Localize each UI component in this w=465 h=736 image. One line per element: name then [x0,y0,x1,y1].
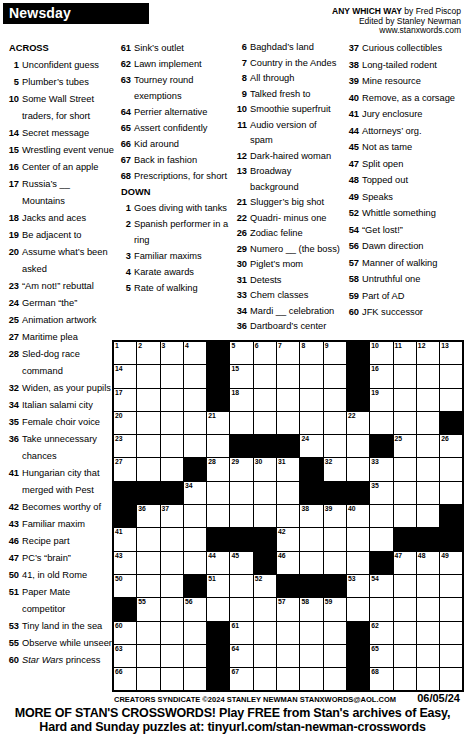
grid-cell-r11c13[interactable] [394,575,416,597]
cell-number: 52 [255,575,263,583]
grid-cell-r2c7[interactable] [254,365,276,387]
grid-cell-r6c5[interactable]: 28 [207,458,229,480]
clue-text: Center of an apple [22,159,115,176]
grid-cell-r5c9[interactable]: 24 [300,435,322,457]
grid-cell-r13c7[interactable] [254,622,276,644]
clue-number: 22 [233,211,247,227]
grid-cell-r2c3[interactable] [161,365,183,387]
clue-text: Remove, as a corsage [362,90,464,107]
cell-number: 55 [138,598,146,606]
cell-number: 57 [278,598,286,606]
grid-cell-r11c15[interactable] [440,575,462,597]
grid-cell-r4c10[interactable] [324,412,346,434]
grid-cell-r2c12[interactable]: 16 [370,365,392,387]
clue-down-39: 39Mine resource [345,73,464,90]
clue-text: JFK successor [362,304,464,321]
grid-cell-r5c2[interactable] [137,435,159,457]
grid-cell-r11c14[interactable] [417,575,439,597]
grid-cell-r5c5[interactable] [207,435,229,457]
clue-number: 35 [5,414,19,431]
cell-number: 50 [115,575,123,583]
clue-text: Tiny land in the sea [22,618,115,635]
grid-cell-r15c1[interactable]: 66 [114,668,136,690]
grid-cell-r9c2[interactable] [137,528,159,550]
clue-number: 56 [345,238,359,255]
clue-across-15: 15Wrestling event venue [5,142,115,159]
grid-cell-r4c7[interactable] [254,412,276,434]
grid-cell-r15c2[interactable] [137,668,159,690]
grid-cell-r4c8[interactable] [277,412,299,434]
grid-cell-r7c8[interactable] [277,482,299,504]
clue-text: Be adjacent to [22,227,115,244]
cell-number: 26 [441,435,449,443]
promo-line1: MORE OF STAN'S CROSSWORDS! Play FREE fro… [0,706,465,720]
grid-cell-r15c6[interactable]: 67 [230,668,252,690]
clue-text: Long-tailed rodent [362,57,464,74]
grid-cell-r1c2[interactable]: 2 [137,342,159,364]
grid-cell-r9c12[interactable] [370,528,392,550]
grid-cell-r5c4[interactable] [184,435,206,457]
clue-text: “Am not!” rebuttal [22,278,115,295]
grid-cell-r8c2[interactable]: 36 [137,505,159,527]
clue-across-25: 25Animation artwork [5,312,115,329]
grid-cell-r8c4[interactable] [184,505,206,527]
clue-text: Russia’s __ Mountains [22,176,115,210]
cell-number: 5 [231,342,235,350]
grid-cell-r14c10[interactable] [324,645,346,667]
grid-cell-r13c2[interactable] [137,622,159,644]
grid-cell-r7c15[interactable] [440,482,462,504]
grid-cell-r4c5[interactable]: 21 [207,412,229,434]
grid-cell-r4c12[interactable] [370,412,392,434]
grid-cell-r1c15[interactable]: 13 [440,342,462,364]
grid-cell-r3c3[interactable] [161,389,183,411]
grid-cell-r14c13[interactable] [394,645,416,667]
black-square-r5c6 [230,435,252,457]
grid-cell-r12c6[interactable] [230,598,252,620]
grid-cell-r3c14[interactable] [417,389,439,411]
grid-cell-r13c1[interactable]: 60 [114,622,136,644]
grid-cell-r12c9[interactable]: 58 [300,598,322,620]
clue-number: 34 [5,397,19,414]
clue-text: Unconfident guess [22,57,115,74]
grid-cell-r2c13[interactable] [394,365,416,387]
black-square-r15c11 [347,668,369,690]
clue-number: 52 [345,205,359,222]
cell-number: 60 [115,622,123,630]
cell-number: 29 [231,458,239,466]
grid-cell-r12c11[interactable] [347,598,369,620]
clue-number: 59 [345,288,359,305]
clue-number: 64 [117,104,131,120]
grid-cell-r14c2[interactable] [137,645,159,667]
grid-cell-r3c2[interactable] [137,389,159,411]
grid-cell-r8c14[interactable] [417,505,439,527]
clue-column-4: 37Curious collectibles38Long-tailed rode… [345,40,464,321]
clue-number: 36 [233,319,247,335]
grid-cell-r12c14[interactable] [417,598,439,620]
clue-text: Part of AD [362,288,464,305]
grid-cell-r11c3[interactable] [161,575,183,597]
black-square-r7c1 [114,482,136,504]
cell-number: 51 [208,575,216,583]
grid-cell-r2c9[interactable] [300,365,322,387]
grid-cell-r14c9[interactable] [300,645,322,667]
grid-cell-r9c4[interactable] [184,528,206,550]
promo-link[interactable]: tinyurl.com/stan-newman-crosswords [207,720,425,734]
grid-cell-r10c9[interactable] [300,552,322,574]
clue-text: Baghdad’s land [250,40,341,56]
grid-cell-r15c8[interactable] [277,668,299,690]
grid-cell-r13c6[interactable]: 61 [230,622,252,644]
grid-cell-r5c15[interactable]: 26 [440,435,462,457]
grid-cell-r12c15[interactable] [440,598,462,620]
grid-cell-r4c11[interactable]: 22 [347,412,369,434]
clue-down-6: 6Baghdad’s land [233,40,341,56]
clue-number: 5 [5,74,19,91]
clue-down-13: 13Broadway background [233,164,341,195]
grid-cell-r15c15[interactable] [440,668,462,690]
grid-cell-r7c5[interactable] [207,482,229,504]
clue-number: 18 [5,210,19,227]
grid-cell-r2c4[interactable] [184,365,206,387]
clue-number: 53 [5,618,19,635]
site-link[interactable]: www.stanxwords.com [332,26,461,36]
grid-cell-r1c6[interactable]: 5 [230,342,252,364]
clue-number: 2 [117,216,131,248]
cell-number: 40 [348,505,356,513]
grid-cell-r13c12[interactable]: 62 [370,622,392,644]
grid-cell-r1c12[interactable]: 10 [370,342,392,364]
grid-cell-r11c7[interactable]: 52 [254,575,276,597]
grid-cell-r7c14[interactable] [417,482,439,504]
grid-cell-r14c7[interactable] [254,645,276,667]
grid-cell-r6c3[interactable] [161,458,183,480]
clue-text: Speaks [362,189,464,206]
black-square-r9c14 [417,528,439,550]
clue-number: 28 [5,346,19,380]
grid-cell-r9c10[interactable] [324,528,346,550]
clue-number: 68 [117,168,131,184]
grid-cell-r6c11[interactable] [347,458,369,480]
clue-number: 21 [233,195,247,211]
cell-number: 13 [441,342,449,350]
grid-cell-r9c11[interactable] [347,528,369,550]
grid-cell-r4c3[interactable] [161,412,183,434]
puzzle-title: ANY WHICH WAY [332,6,402,16]
grid-cell-r14c14[interactable] [417,645,439,667]
grid-cell-r15c12[interactable]: 68 [370,668,392,690]
grid-cell-r6c7[interactable]: 30 [254,458,276,480]
clue-across-68: 68Prescriptions, for short [117,168,229,184]
clue-number: 11 [233,118,247,149]
grid-cell-r3c8[interactable] [277,389,299,411]
grid-cell-r2c14[interactable] [417,365,439,387]
clue-down-4: 4Karate awards [117,264,229,280]
grid-cell-r10c1[interactable]: 43 [114,552,136,574]
black-square-r1c11 [347,342,369,364]
clue-down-54: 54“Get lost!” [345,222,464,239]
clue-down-22: 22Quadri- minus one [233,211,341,227]
clue-across-64: 64Perrier alternative [117,104,229,120]
clue-down-36: 36Dartboard’s center [233,319,341,335]
grid-cell-r11c12[interactable]: 54 [370,575,392,597]
grid-cell-r2c1[interactable]: 14 [114,365,136,387]
grid-cell-r10c14[interactable]: 48 [417,552,439,574]
grid-cell-r9c3[interactable] [161,528,183,550]
grid-cell-r8c7[interactable] [254,505,276,527]
grid-cell-r1c3[interactable]: 3 [161,342,183,364]
clue-across-27: 27Maritime plea [5,329,115,346]
grid-cell-r11c6[interactable] [230,575,252,597]
grid-cell-r9c9[interactable] [300,528,322,550]
grid-cell-r10c10[interactable] [324,552,346,574]
grid-cell-r10c15[interactable]: 49 [440,552,462,574]
grid-cell-r8c5[interactable] [207,505,229,527]
clue-text: Lawn implement [134,56,229,72]
grid-cell-r13c10[interactable] [324,622,346,644]
grid-cell-r5c11[interactable] [347,435,369,457]
grid-cell-r15c14[interactable] [417,668,439,690]
grid-cell-r2c2[interactable] [137,365,159,387]
clue-text: Numero __ (the boss) [250,242,341,258]
grid-cell-r8c3[interactable]: 37 [161,505,183,527]
clue-text: PC’s “brain” [22,550,115,567]
clue-number: 17 [5,176,19,210]
grid-cell-r8c12[interactable] [370,505,392,527]
clue-across-62: 62Lawn implement [117,56,229,72]
clue-number: 39 [345,73,359,90]
grid-cell-r10c11[interactable] [347,552,369,574]
clue-down-31: 31Detests [233,273,341,289]
grid-cell-r12c3[interactable] [161,598,183,620]
black-square-r11c4 [184,575,206,597]
grid-cell-r1c7[interactable]: 6 [254,342,276,364]
grid-cell-r12c10[interactable]: 59 [324,598,346,620]
grid-cell-r15c10[interactable] [324,668,346,690]
cell-number: 17 [115,389,123,397]
grid-cell-r4c1[interactable]: 20 [114,412,136,434]
cell-number: 54 [371,575,379,583]
clue-down-7: 7Country in the Andes [233,56,341,72]
grid-cell-r14c3[interactable] [161,645,183,667]
grid-cell-r1c9[interactable]: 8 [300,342,322,364]
grid-cell-r14c12[interactable]: 65 [370,645,392,667]
grid-cell-r15c7[interactable] [254,668,276,690]
grid-cell-r14c4[interactable] [184,645,206,667]
grid-cell-r7c4[interactable]: 34 [184,482,206,504]
grid-cell-r1c4[interactable]: 4 [184,342,206,364]
grid-cell-r12c4[interactable]: 56 [184,598,206,620]
grid-cell-r1c8[interactable]: 7 [277,342,299,364]
clue-number: 61 [117,40,131,56]
cell-number: 11 [395,342,402,350]
grid-cell-r15c4[interactable] [184,668,206,690]
grid-cell-r3c7[interactable] [254,389,276,411]
grid-cell-r15c9[interactable] [300,668,322,690]
grid-cell-r4c6[interactable] [230,412,252,434]
clue-text: Widen, as your pupils [22,380,115,397]
black-square-r11c10 [324,575,346,597]
grid-cell-r10c13[interactable]: 47 [394,552,416,574]
clue-down-33: 33Chem classes [233,288,341,304]
cell-number: 15 [231,365,239,373]
grid-cell-r7c12[interactable]: 35 [370,482,392,504]
grid-cell-r13c13[interactable] [394,622,416,644]
grid-cell-r15c3[interactable] [161,668,183,690]
grid-cell-r10c3[interactable] [161,552,183,574]
grid-cell-r12c2[interactable]: 55 [137,598,159,620]
grid-cell-r4c14[interactable] [417,412,439,434]
grid-cell-r1c1[interactable]: 1 [114,342,136,364]
grid-cell-r3c9[interactable] [300,389,322,411]
grid-cell-r11c11[interactable]: 53 [347,575,369,597]
grid-cell-r9c1[interactable]: 41 [114,528,136,550]
grid-cell-r13c9[interactable] [300,622,322,644]
grid-cell-r7c7[interactable] [254,482,276,504]
clue-number: 14 [5,125,19,142]
grid-cell-r13c4[interactable] [184,622,206,644]
clue-across-60: 60Star Wars princess [5,652,115,669]
grid-cell-r11c2[interactable] [137,575,159,597]
grid-cell-r8c10[interactable]: 39 [324,505,346,527]
clue-number: 25 [5,312,19,329]
black-square-r15c5 [207,668,229,690]
clue-number: 62 [117,56,131,72]
grid-cell-r3c12[interactable]: 19 [370,389,392,411]
cell-number: 22 [348,412,356,420]
grid-cell-r8c9[interactable]: 38 [300,505,322,527]
clue-across-18: 18Jacks and aces [5,210,115,227]
grid-cell-r3c1[interactable]: 17 [114,389,136,411]
clue-text: Jacks and aces [22,210,115,227]
grid-cell-r14c15[interactable] [440,645,462,667]
grid-cell-r12c8[interactable]: 57 [277,598,299,620]
grid-cell-r3c10[interactable] [324,389,346,411]
grid-cell-r15c13[interactable] [394,668,416,690]
clue-number: 12 [233,149,247,165]
grid-cell-r2c15[interactable] [440,365,462,387]
grid-cell-r13c3[interactable] [161,622,183,644]
grid-cell-r6c13[interactable] [394,458,416,480]
clue-across-66: 66Kid around [117,136,229,152]
clue-down-49: 49Speaks [345,189,464,206]
grid-cell-r6c14[interactable] [417,458,439,480]
grid-cell-r12c13[interactable] [394,598,416,620]
black-square-r5c8 [277,435,299,457]
grid-cell-r14c1[interactable]: 63 [114,645,136,667]
grid-cell-r6c15[interactable] [440,458,462,480]
promo-line2-text: Hard and Sunday puzzles at: [39,720,207,734]
grid-cell-r9c8[interactable]: 42 [277,528,299,550]
cell-number: 66 [115,668,123,676]
black-square-r13c11 [347,622,369,644]
grid-cell-r11c1[interactable]: 50 [114,575,136,597]
black-square-r2c5 [207,365,229,387]
grid-cell-r6c6[interactable]: 29 [230,458,252,480]
grid-cell-r2c10[interactable] [324,365,346,387]
clue-number: 66 [117,136,131,152]
cell-number: 48 [418,552,426,560]
grid-cell-r13c15[interactable] [440,622,462,644]
grid-cell-r8c11[interactable]: 40 [347,505,369,527]
grid-cell-r4c13[interactable] [394,412,416,434]
grid-cell-r10c4[interactable] [184,552,206,574]
grid-cell-r3c6[interactable]: 18 [230,389,252,411]
grid-cell-r10c2[interactable] [137,552,159,574]
grid-cell-r7c13[interactable] [394,482,416,504]
clue-across-35: 35Female choir voice [5,414,115,431]
grid-cell-r5c3[interactable] [161,435,183,457]
grid-cell-r12c12[interactable] [370,598,392,620]
clue-across-28: 28Sled-dog race command [5,346,115,380]
clue-across-14: 14Secret message [5,125,115,142]
cell-number: 49 [441,552,449,560]
clue-across-67: 67Back in fashion [117,152,229,168]
grid-cell-r3c13[interactable] [394,389,416,411]
grid-cell-r6c10[interactable]: 32 [324,458,346,480]
grid-cell-r2c8[interactable] [277,365,299,387]
grid-cell-r1c10[interactable]: 9 [324,342,346,364]
grid-cell-r6c2[interactable] [137,458,159,480]
cell-number: 61 [231,622,239,630]
grid-cell-r6c12[interactable]: 33 [370,458,392,480]
grid-cell-r8c13[interactable] [394,505,416,527]
clue-down-56: 56Dawn direction [345,238,464,255]
clue-text: Hungarian city that merged with Pest [22,465,115,499]
grid-cell-r10c6[interactable]: 45 [230,552,252,574]
clue-number: 67 [117,152,131,168]
clue-text: Mine resource [362,73,464,90]
clue-text: Assume what’s been asked [22,244,115,278]
grid-cell-r6c8[interactable]: 31 [277,458,299,480]
black-square-r9c7 [254,528,276,550]
grid-cell-r4c2[interactable] [137,412,159,434]
grid-cell-r3c15[interactable] [440,389,462,411]
grid-cell-r12c7[interactable] [254,598,276,620]
grid-cell-r2c6[interactable]: 15 [230,365,252,387]
grid-cell-r5c1[interactable]: 23 [114,435,136,457]
grid-cell-r14c6[interactable]: 64 [230,645,252,667]
grid-cell-r13c8[interactable] [277,622,299,644]
grid-cell-r1c14[interactable]: 12 [417,342,439,364]
cell-number: 23 [115,435,123,443]
grid-cell-r4c9[interactable] [300,412,322,434]
grid-cell-r5c10[interactable] [324,435,346,457]
grid-cell-r8c6[interactable] [230,505,252,527]
clue-text: All through [250,71,341,87]
grid-cell-r8c8[interactable] [277,505,299,527]
grid-cell-r13c14[interactable] [417,622,439,644]
grid-cell-r1c13[interactable]: 11 [394,342,416,364]
clue-across-24: 24German “the” [5,295,115,312]
grid-cell-r11c5[interactable]: 51 [207,575,229,597]
clue-across-50: 5041, in old Rome [5,567,115,584]
grid-cell-r5c14[interactable] [417,435,439,457]
grid-cell-r3c4[interactable] [184,389,206,411]
clue-text: Dawn direction [362,238,464,255]
grid-cell-r6c1[interactable]: 27 [114,458,136,480]
grid-cell-r12c5[interactable] [207,598,229,620]
grid-cell-r7c6[interactable] [230,482,252,504]
grid-cell-r4c4[interactable] [184,412,206,434]
clue-text: Country in the Andes [250,56,341,72]
clue-down-57: 57Manner of walking [345,255,464,272]
grid-cell-r14c8[interactable] [277,645,299,667]
grid-cell-r10c8[interactable]: 46 [277,552,299,574]
grid-cell-r10c5[interactable]: 44 [207,552,229,574]
grid-cell-r5c13[interactable]: 25 [394,435,416,457]
